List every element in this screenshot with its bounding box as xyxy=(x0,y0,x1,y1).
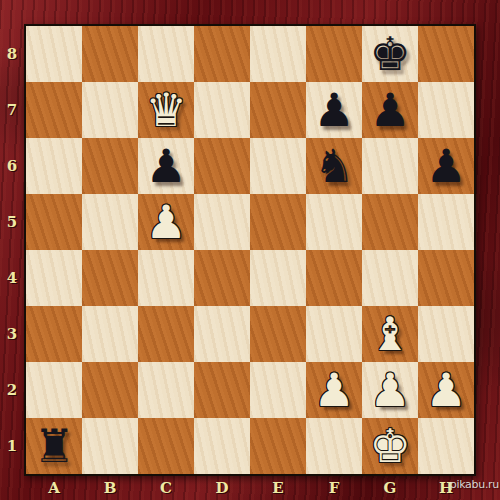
square-d8[interactable] xyxy=(194,26,250,82)
rank-labels: 8 7 6 5 4 3 2 1 xyxy=(0,26,24,474)
square-a3[interactable] xyxy=(26,306,82,362)
square-c3[interactable] xyxy=(138,306,194,362)
piece-black-pawn-c6[interactable]: ♟ xyxy=(138,138,194,194)
file-label-c: C xyxy=(138,476,194,500)
chess-diagram: 8 7 6 5 4 3 2 1 ♚♛♟♟♟♞♟♟♝♟♟♟♜♚ A B C D E… xyxy=(0,0,500,500)
square-g1[interactable]: ♚ xyxy=(362,418,418,474)
piece-white-queen-c7[interactable]: ♛ xyxy=(138,82,194,138)
piece-white-pawn-c5[interactable]: ♟ xyxy=(138,194,194,250)
square-b3[interactable] xyxy=(82,306,138,362)
square-f2[interactable]: ♟ xyxy=(306,362,362,418)
square-c4[interactable] xyxy=(138,250,194,306)
square-b7[interactable] xyxy=(82,82,138,138)
piece-white-pawn-g2[interactable]: ♟ xyxy=(362,362,418,418)
square-g5[interactable] xyxy=(362,194,418,250)
rank-label-3: 3 xyxy=(0,306,24,362)
piece-black-knight-f6[interactable]: ♞ xyxy=(306,138,362,194)
piece-black-king-g8[interactable]: ♚ xyxy=(362,26,418,82)
rank-label-1: 1 xyxy=(0,418,24,474)
square-d5[interactable] xyxy=(194,194,250,250)
file-label-g: G xyxy=(362,476,418,500)
square-h1[interactable] xyxy=(418,418,474,474)
file-label-d: D xyxy=(194,476,250,500)
square-a2[interactable] xyxy=(26,362,82,418)
piece-black-rook-a1[interactable]: ♜ xyxy=(26,418,82,474)
square-d6[interactable] xyxy=(194,138,250,194)
square-h5[interactable] xyxy=(418,194,474,250)
square-e2[interactable] xyxy=(250,362,306,418)
square-c1[interactable] xyxy=(138,418,194,474)
square-g4[interactable] xyxy=(362,250,418,306)
square-h6[interactable]: ♟ xyxy=(418,138,474,194)
square-d3[interactable] xyxy=(194,306,250,362)
square-g3[interactable]: ♝ xyxy=(362,306,418,362)
rank-label-8: 8 xyxy=(0,26,24,82)
square-c7[interactable]: ♛ xyxy=(138,82,194,138)
square-b6[interactable] xyxy=(82,138,138,194)
chess-board: ♚♛♟♟♟♞♟♟♝♟♟♟♜♚ xyxy=(26,26,474,474)
square-a4[interactable] xyxy=(26,250,82,306)
square-f8[interactable] xyxy=(306,26,362,82)
square-b1[interactable] xyxy=(82,418,138,474)
square-a1[interactable]: ♜ xyxy=(26,418,82,474)
file-labels: A B C D E F G H xyxy=(26,476,474,500)
square-d1[interactable] xyxy=(194,418,250,474)
square-e5[interactable] xyxy=(250,194,306,250)
square-f1[interactable] xyxy=(306,418,362,474)
square-a6[interactable] xyxy=(26,138,82,194)
square-e1[interactable] xyxy=(250,418,306,474)
square-b8[interactable] xyxy=(82,26,138,82)
square-f3[interactable] xyxy=(306,306,362,362)
square-f6[interactable]: ♞ xyxy=(306,138,362,194)
square-g2[interactable]: ♟ xyxy=(362,362,418,418)
square-d4[interactable] xyxy=(194,250,250,306)
piece-black-pawn-f7[interactable]: ♟ xyxy=(306,82,362,138)
square-g8[interactable]: ♚ xyxy=(362,26,418,82)
square-e6[interactable] xyxy=(250,138,306,194)
square-h4[interactable] xyxy=(418,250,474,306)
square-e4[interactable] xyxy=(250,250,306,306)
square-c5[interactable]: ♟ xyxy=(138,194,194,250)
piece-white-pawn-h2[interactable]: ♟ xyxy=(418,362,474,418)
square-h3[interactable] xyxy=(418,306,474,362)
square-b4[interactable] xyxy=(82,250,138,306)
square-a5[interactable] xyxy=(26,194,82,250)
square-c2[interactable] xyxy=(138,362,194,418)
square-e7[interactable] xyxy=(250,82,306,138)
square-g6[interactable] xyxy=(362,138,418,194)
rank-label-2: 2 xyxy=(0,362,24,418)
file-label-e: E xyxy=(250,476,306,500)
board-frame: ♚♛♟♟♟♞♟♟♝♟♟♟♜♚ xyxy=(24,24,476,476)
piece-black-pawn-g7[interactable]: ♟ xyxy=(362,82,418,138)
rank-label-5: 5 xyxy=(0,194,24,250)
rank-label-4: 4 xyxy=(0,250,24,306)
square-c8[interactable] xyxy=(138,26,194,82)
rank-label-7: 7 xyxy=(0,82,24,138)
rank-label-6: 6 xyxy=(0,138,24,194)
square-b2[interactable] xyxy=(82,362,138,418)
square-f5[interactable] xyxy=(306,194,362,250)
watermark: pikabu.ru xyxy=(450,478,499,491)
square-d7[interactable] xyxy=(194,82,250,138)
square-c6[interactable]: ♟ xyxy=(138,138,194,194)
square-e8[interactable] xyxy=(250,26,306,82)
piece-white-bishop-g3[interactable]: ♝ xyxy=(362,306,418,362)
square-h7[interactable] xyxy=(418,82,474,138)
file-label-f: F xyxy=(306,476,362,500)
piece-white-pawn-f2[interactable]: ♟ xyxy=(306,362,362,418)
square-f4[interactable] xyxy=(306,250,362,306)
square-f7[interactable]: ♟ xyxy=(306,82,362,138)
file-label-b: B xyxy=(82,476,138,500)
square-b5[interactable] xyxy=(82,194,138,250)
square-a7[interactable] xyxy=(26,82,82,138)
piece-black-pawn-h6[interactable]: ♟ xyxy=(418,138,474,194)
square-g7[interactable]: ♟ xyxy=(362,82,418,138)
square-h8[interactable] xyxy=(418,26,474,82)
piece-white-king-g1[interactable]: ♚ xyxy=(362,418,418,474)
square-d2[interactable] xyxy=(194,362,250,418)
square-h2[interactable]: ♟ xyxy=(418,362,474,418)
file-label-a: A xyxy=(26,476,82,500)
square-e3[interactable] xyxy=(250,306,306,362)
square-a8[interactable] xyxy=(26,26,82,82)
